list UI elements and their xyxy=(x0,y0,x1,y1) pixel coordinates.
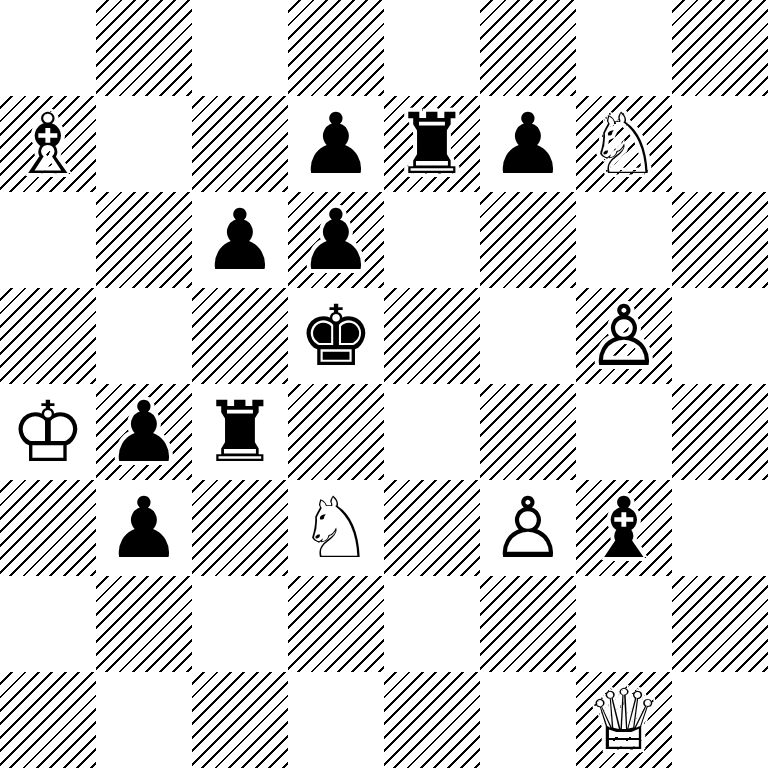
square-e3[interactable] xyxy=(384,480,480,576)
square-b5[interactable] xyxy=(96,288,192,384)
square-f4[interactable] xyxy=(480,384,576,480)
square-g3[interactable]: ♝ xyxy=(576,480,672,576)
piece-black-pawn-d6: ♟ xyxy=(298,192,373,288)
piece-white-pawn-f3: ♙ xyxy=(490,480,565,576)
square-b6[interactable] xyxy=(96,192,192,288)
square-h3[interactable] xyxy=(672,480,768,576)
square-g8[interactable] xyxy=(576,0,672,96)
square-g5[interactable]: ♙ xyxy=(576,288,672,384)
piece-black-bishop-g3: ♝ xyxy=(586,480,661,576)
square-e8[interactable] xyxy=(384,0,480,96)
piece-white-knight-d3: ♘ xyxy=(298,480,373,576)
chess-board: ♗♟♜♟♘♟♟♚♙♔♟♜♟♘♙♝♕ xyxy=(0,0,768,768)
square-d7[interactable]: ♟ xyxy=(288,96,384,192)
square-d5[interactable]: ♚ xyxy=(288,288,384,384)
square-f2[interactable] xyxy=(480,576,576,672)
piece-black-rook-c4: ♜ xyxy=(202,384,277,480)
square-a2[interactable] xyxy=(0,576,96,672)
square-e2[interactable] xyxy=(384,576,480,672)
square-c2[interactable] xyxy=(192,576,288,672)
piece-black-pawn-f7: ♟ xyxy=(490,96,565,192)
square-c8[interactable] xyxy=(192,0,288,96)
square-c3[interactable] xyxy=(192,480,288,576)
square-g7[interactable]: ♘ xyxy=(576,96,672,192)
square-f6[interactable] xyxy=(480,192,576,288)
square-c7[interactable] xyxy=(192,96,288,192)
square-f8[interactable] xyxy=(480,0,576,96)
square-g6[interactable] xyxy=(576,192,672,288)
square-h8[interactable] xyxy=(672,0,768,96)
square-e1[interactable] xyxy=(384,672,480,768)
square-d6[interactable]: ♟ xyxy=(288,192,384,288)
square-a1[interactable] xyxy=(0,672,96,768)
square-d8[interactable] xyxy=(288,0,384,96)
square-f3[interactable]: ♙ xyxy=(480,480,576,576)
square-e7[interactable]: ♜ xyxy=(384,96,480,192)
square-d1[interactable] xyxy=(288,672,384,768)
square-d4[interactable] xyxy=(288,384,384,480)
piece-white-pawn-g5: ♙ xyxy=(586,288,661,384)
square-b3[interactable]: ♟ xyxy=(96,480,192,576)
square-h1[interactable] xyxy=(672,672,768,768)
square-c4[interactable]: ♜ xyxy=(192,384,288,480)
square-a6[interactable] xyxy=(0,192,96,288)
square-f1[interactable] xyxy=(480,672,576,768)
piece-black-pawn-b4: ♟ xyxy=(106,384,181,480)
square-g2[interactable] xyxy=(576,576,672,672)
square-b4[interactable]: ♟ xyxy=(96,384,192,480)
square-a5[interactable] xyxy=(0,288,96,384)
square-g4[interactable] xyxy=(576,384,672,480)
square-c1[interactable] xyxy=(192,672,288,768)
square-c6[interactable]: ♟ xyxy=(192,192,288,288)
piece-black-pawn-c6: ♟ xyxy=(202,192,277,288)
square-h5[interactable] xyxy=(672,288,768,384)
piece-white-bishop-a7: ♗ xyxy=(10,96,85,192)
square-d2[interactable] xyxy=(288,576,384,672)
piece-black-pawn-b3: ♟ xyxy=(106,480,181,576)
square-d3[interactable]: ♘ xyxy=(288,480,384,576)
square-a8[interactable] xyxy=(0,0,96,96)
square-c5[interactable] xyxy=(192,288,288,384)
piece-white-king-a4: ♔ xyxy=(10,384,85,480)
square-h6[interactable] xyxy=(672,192,768,288)
square-h4[interactable] xyxy=(672,384,768,480)
square-f5[interactable] xyxy=(480,288,576,384)
square-b1[interactable] xyxy=(96,672,192,768)
square-h2[interactable] xyxy=(672,576,768,672)
piece-white-queen-g1: ♕ xyxy=(586,672,661,768)
square-h7[interactable] xyxy=(672,96,768,192)
piece-black-rook-e7: ♜ xyxy=(394,96,469,192)
square-f7[interactable]: ♟ xyxy=(480,96,576,192)
square-a4[interactable]: ♔ xyxy=(0,384,96,480)
piece-black-king-d5: ♚ xyxy=(298,288,373,384)
square-a3[interactable] xyxy=(0,480,96,576)
square-b7[interactable] xyxy=(96,96,192,192)
square-a7[interactable]: ♗ xyxy=(0,96,96,192)
square-b8[interactable] xyxy=(96,0,192,96)
piece-white-knight-g7: ♘ xyxy=(586,96,661,192)
square-b2[interactable] xyxy=(96,576,192,672)
square-e5[interactable] xyxy=(384,288,480,384)
piece-black-pawn-d7: ♟ xyxy=(298,96,373,192)
square-e6[interactable] xyxy=(384,192,480,288)
square-g1[interactable]: ♕ xyxy=(576,672,672,768)
square-e4[interactable] xyxy=(384,384,480,480)
